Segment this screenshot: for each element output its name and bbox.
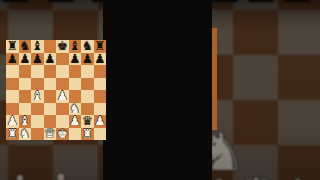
- piece-white-pawn-h2: ♟: [94, 115, 105, 128]
- square-b6[interactable]: [19, 65, 32, 78]
- square-h5[interactable]: [94, 78, 107, 91]
- piece-black-pawn-d7: ♟: [44, 52, 55, 65]
- square-d4[interactable]: [44, 90, 57, 103]
- square-b7[interactable]: ♟: [19, 53, 32, 66]
- piece-black-king-e8: ♚: [57, 40, 68, 53]
- square-b4[interactable]: [19, 90, 32, 103]
- square-d3[interactable]: [44, 103, 57, 116]
- square-h6[interactable]: [94, 65, 107, 78]
- square-e3[interactable]: [56, 103, 69, 116]
- square-g7[interactable]: ♟: [81, 53, 94, 66]
- piece-black-pawn-h7: ♟: [94, 52, 105, 65]
- video-strip: [103, 0, 212, 180]
- piece-black-pawn-f7: ♟: [69, 52, 80, 65]
- piece-white-queen-d1: ♛: [44, 127, 55, 140]
- piece-white-pawn-e4: ♟: [57, 90, 68, 103]
- square-a6[interactable]: [6, 65, 19, 78]
- piece-black-pawn-a7: ♟: [7, 52, 18, 65]
- piece-white-rook-g1: ♜: [82, 127, 93, 140]
- square-c6[interactable]: [31, 65, 44, 78]
- square-a4[interactable]: [6, 90, 19, 103]
- piece-black-pawn-g7: ♟: [82, 52, 93, 65]
- square-f1[interactable]: [69, 128, 82, 141]
- video-frame[interactable]: ♟♟♟♟♟♟♝♞♟♝♟♛♟ ♜♞♝♚♝♞♜♟♟♟♟♟♟♟♝♟♞♟♝♟♛♟♜♞♛♚…: [0, 0, 320, 180]
- piece-white-bishop-c4: ♝: [32, 90, 43, 103]
- square-b5[interactable]: [19, 78, 32, 91]
- square-e8[interactable]: ♚: [56, 40, 69, 53]
- square-f6[interactable]: [69, 65, 82, 78]
- square-c3[interactable]: [31, 103, 44, 116]
- square-h2[interactable]: ♟: [94, 115, 107, 128]
- square-f7[interactable]: ♟: [69, 53, 82, 66]
- piece-white-knight-b1: ♞: [19, 127, 30, 140]
- square-e1[interactable]: ♚: [56, 128, 69, 141]
- square-d6[interactable]: [44, 65, 57, 78]
- square-c4[interactable]: ♝: [31, 90, 44, 103]
- square-g5[interactable]: [81, 78, 94, 91]
- square-b1[interactable]: ♞: [19, 128, 32, 141]
- piece-white-king-e1: ♚: [57, 127, 68, 140]
- square-e4[interactable]: ♟: [56, 90, 69, 103]
- square-a1[interactable]: ♜: [6, 128, 19, 141]
- square-c1[interactable]: [31, 128, 44, 141]
- piece-white-rook-a1: ♜: [7, 127, 18, 140]
- square-c2[interactable]: [31, 115, 44, 128]
- piece-black-pawn-b7: ♟: [19, 52, 30, 65]
- piece-black-pawn-c7: ♟: [32, 52, 43, 65]
- square-h7[interactable]: ♟: [94, 53, 107, 66]
- square-e6[interactable]: [56, 65, 69, 78]
- square-f2[interactable]: ♟: [69, 115, 82, 128]
- square-g4[interactable]: [81, 90, 94, 103]
- square-d5[interactable]: [44, 78, 57, 91]
- square-a5[interactable]: [6, 78, 19, 91]
- board-edge-glow: [212, 28, 217, 130]
- square-h1[interactable]: [94, 128, 107, 141]
- piece-white-pawn-f2: ♟: [69, 115, 80, 128]
- square-g6[interactable]: [81, 65, 94, 78]
- square-f5[interactable]: [69, 78, 82, 91]
- square-h4[interactable]: [94, 90, 107, 103]
- square-c7[interactable]: ♟: [31, 53, 44, 66]
- chess-board: ♜♞♝♚♝♞♜♟♟♟♟♟♟♟♝♟♞♟♝♟♛♟♜♞♛♚♜: [6, 40, 106, 140]
- square-e7[interactable]: [56, 53, 69, 66]
- square-a7[interactable]: ♟: [6, 53, 19, 66]
- square-d7[interactable]: ♟: [44, 53, 57, 66]
- square-d1[interactable]: ♛: [44, 128, 57, 141]
- square-g1[interactable]: ♜: [81, 128, 94, 141]
